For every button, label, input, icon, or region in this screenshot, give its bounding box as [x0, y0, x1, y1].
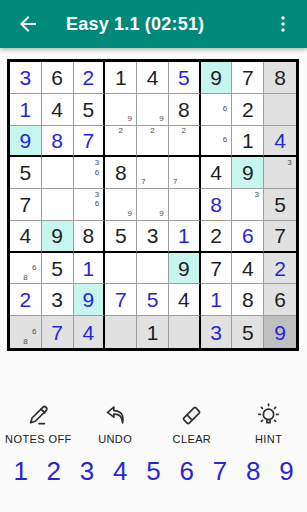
numpad-2[interactable]: 2 [45, 456, 63, 487]
user-digit: 1 [178, 225, 190, 246]
pencil-notes: 7 [137, 157, 168, 188]
numpad-5[interactable]: 5 [144, 456, 162, 487]
cell-r7c4[interactable] [105, 253, 137, 285]
cell-r2c5[interactable]: 9 [137, 94, 169, 126]
cell-r9c4[interactable] [105, 316, 137, 348]
cell-r3c6[interactable]: 2 [169, 126, 201, 158]
back-button[interactable] [16, 12, 40, 36]
cell-r3c7[interactable]: 6 [201, 126, 233, 158]
pencil-notes: 36 [74, 189, 104, 220]
cell-r6c6[interactable]: 1 [169, 221, 201, 253]
clear-label: CLEAR [173, 433, 212, 445]
undo-icon [102, 402, 129, 429]
arrow-left-icon [16, 12, 40, 36]
pencil-notes: 9 [105, 94, 136, 125]
given-digit: 4 [51, 99, 63, 120]
cell-r5c7[interactable]: 8 [201, 189, 233, 221]
pencil-notes: 9 [105, 189, 136, 220]
cell-r7c3[interactable]: 1 [74, 253, 106, 285]
user-digit: 5 [147, 289, 159, 310]
cell-r7c8[interactable]: 4 [232, 253, 264, 285]
given-digit: 7 [210, 258, 222, 279]
given-digit: 5 [242, 322, 254, 343]
cell-r1c6[interactable]: 5 [169, 62, 201, 94]
cell-r5c8[interactable]: 3 [232, 189, 264, 221]
cell-r6c5[interactable]: 3 [137, 221, 169, 253]
lightbulb-icon [255, 402, 282, 429]
pencil-icon [25, 402, 52, 429]
cell-r8c2[interactable]: 3 [42, 284, 74, 316]
cell-r9c3[interactable]: 4 [74, 316, 106, 348]
cell-r8c8[interactable]: 8 [232, 284, 264, 316]
pencil-notes: 7 [169, 157, 199, 188]
pencil-notes: 36 [74, 157, 104, 188]
cell-r5c1[interactable]: 7 [10, 189, 42, 221]
pencil-notes: 3 [264, 157, 296, 188]
cell-r4c8[interactable]: 9 [232, 157, 264, 189]
cell-r1c2[interactable]: 6 [42, 62, 74, 94]
given-digit: 8 [178, 99, 190, 120]
user-digit: 2 [20, 289, 32, 310]
cell-r4c1[interactable]: 5 [10, 157, 42, 189]
cell-r9c2[interactable]: 7 [42, 316, 74, 348]
cell-r3c9[interactable]: 4 [264, 126, 296, 158]
cell-r8c4[interactable]: 7 [105, 284, 137, 316]
given-digit: 9 [178, 258, 190, 279]
given-digit: 9 [51, 225, 63, 246]
user-digit: 3 [210, 322, 222, 343]
cell-r4c9[interactable]: 3 [264, 157, 296, 189]
cell-r1c8[interactable]: 7 [232, 62, 264, 94]
user-digit: 9 [83, 289, 95, 310]
sudoku-board: 3621459781459986298722261453687749373699… [7, 59, 299, 351]
given-digit: 1 [115, 67, 127, 88]
given-digit: 5 [83, 99, 95, 120]
cell-r1c7[interactable]: 9 [201, 62, 233, 94]
cell-r5c3[interactable]: 36 [74, 189, 106, 221]
cell-r3c2[interactable]: 8 [42, 126, 74, 158]
cell-r2c7[interactable]: 6 [201, 94, 233, 126]
cell-r7c6[interactable]: 9 [169, 253, 201, 285]
eraser-icon [178, 402, 205, 429]
user-digit: 2 [274, 258, 286, 279]
given-digit: 8 [274, 67, 286, 88]
given-digit: 4 [147, 67, 159, 88]
given-digit: 6 [51, 67, 63, 88]
given-digit: 4 [178, 289, 190, 310]
user-digit: 6 [242, 225, 254, 246]
cell-r3c4[interactable]: 2 [105, 126, 137, 158]
cell-r5c9[interactable]: 5 [264, 189, 296, 221]
given-digit: 2 [210, 225, 222, 246]
cell-r8c7[interactable]: 1 [201, 284, 233, 316]
cell-r1c3[interactable]: 2 [74, 62, 106, 94]
cell-r7c2[interactable]: 5 [42, 253, 74, 285]
given-digit: 9 [210, 67, 222, 88]
sudoku-app: Easy 1.1 (02:51) 36214597814599862987222… [0, 0, 307, 512]
cell-r2c3[interactable]: 5 [74, 94, 106, 126]
numpad-7[interactable]: 7 [211, 456, 229, 487]
app-bar: Easy 1.1 (02:51) [0, 0, 307, 48]
given-digit: 5 [274, 194, 286, 215]
cell-r6c3[interactable]: 8 [74, 221, 106, 253]
cell-r6c2[interactable]: 9 [42, 221, 74, 253]
user-digit: 9 [274, 322, 286, 343]
pencil-notes: 6 [201, 126, 232, 156]
given-digit: 1 [147, 322, 159, 343]
cell-r6c4[interactable]: 5 [105, 221, 137, 253]
pencil-notes: 9 [137, 189, 168, 220]
pencil-notes: 2 [105, 126, 136, 156]
cell-r2c8[interactable]: 2 [232, 94, 264, 126]
cell-r8c5[interactable]: 5 [137, 284, 169, 316]
cell-r4c6[interactable]: 7 [169, 157, 201, 189]
cell-r9c5[interactable]: 1 [137, 316, 169, 348]
cell-r4c4[interactable]: 8 [105, 157, 137, 189]
cell-r8c1[interactable]: 2 [10, 284, 42, 316]
cell-r8c6[interactable]: 4 [169, 284, 201, 316]
given-digit: 4 [20, 225, 32, 246]
cell-r4c7[interactable]: 4 [201, 157, 233, 189]
cell-r9c9[interactable]: 9 [264, 316, 296, 348]
given-digit: 5 [20, 162, 32, 183]
given-digit: 8 [115, 162, 127, 183]
cell-r9c1[interactable]: 68 [10, 316, 42, 348]
cell-r3c5[interactable]: 2 [137, 126, 169, 158]
given-digit: 3 [147, 225, 159, 246]
given-digit: 7 [20, 194, 32, 215]
cell-r9c7[interactable]: 3 [201, 316, 233, 348]
given-digit: 8 [83, 225, 95, 246]
hint-button[interactable]: HINT [230, 396, 307, 445]
user-digit: 7 [115, 289, 127, 310]
pencil-notes: 3 [232, 189, 263, 220]
cell-r1c4[interactable]: 1 [105, 62, 137, 94]
cell-r4c5[interactable]: 7 [137, 157, 169, 189]
undo-label: UNDO [98, 433, 132, 445]
clear-button[interactable]: CLEAR [154, 396, 231, 445]
user-digit: 2 [83, 67, 95, 88]
hint-label: HINT [255, 433, 282, 445]
user-digit: 7 [51, 322, 63, 343]
cell-r9c6[interactable] [169, 316, 201, 348]
toolbar: NOTES OFF UNDO CLEAR [0, 396, 307, 445]
notes-toggle-button[interactable]: NOTES OFF [0, 396, 77, 445]
user-digit: 3 [20, 67, 32, 88]
cell-r5c5[interactable]: 9 [137, 189, 169, 221]
cell-r7c1[interactable]: 68 [10, 253, 42, 285]
given-digit: 7 [274, 225, 286, 246]
user-digit: 7 [83, 130, 95, 151]
user-digit: 9 [20, 130, 32, 151]
user-digit: 1 [83, 258, 95, 279]
given-digit: 1 [242, 130, 254, 151]
given-digit: 3 [51, 289, 63, 310]
user-digit: 8 [51, 130, 63, 151]
user-digit: 5 [178, 67, 190, 88]
given-digit: 4 [210, 162, 222, 183]
given-digit: 7 [242, 67, 254, 88]
page-title: Easy 1.1 (02:51) [66, 14, 204, 35]
cell-r3c1[interactable]: 9 [10, 126, 42, 158]
vertical-dots-icon [272, 13, 294, 35]
numpad-4[interactable]: 4 [111, 456, 129, 487]
given-digit: 8 [242, 289, 254, 310]
user-digit: 4 [274, 130, 286, 151]
pencil-notes: 6 [201, 94, 232, 125]
given-digit: 2 [242, 99, 254, 120]
undo-button[interactable]: UNDO [77, 396, 154, 445]
notes-toggle-label: NOTES OFF [5, 433, 72, 445]
cell-r3c3[interactable]: 7 [74, 126, 106, 158]
numpad-9[interactable]: 9 [277, 456, 295, 487]
cell-r5c2[interactable] [42, 189, 74, 221]
pencil-notes: 2 [137, 126, 168, 156]
cell-r6c7[interactable]: 2 [201, 221, 233, 253]
cell-r2c9[interactable] [264, 94, 296, 126]
cell-r6c1[interactable]: 4 [10, 221, 42, 253]
user-digit: 8 [210, 194, 222, 215]
cell-r2c2[interactable]: 4 [42, 94, 74, 126]
pencil-notes: 9 [137, 94, 168, 125]
cell-r3c8[interactable]: 1 [232, 126, 264, 158]
cell-r5c4[interactable]: 9 [105, 189, 137, 221]
cell-r1c5[interactable]: 4 [137, 62, 169, 94]
cell-r4c2[interactable] [42, 157, 74, 189]
cell-r4c3[interactable]: 36 [74, 157, 106, 189]
cell-r5c6[interactable] [169, 189, 201, 221]
cell-r7c7[interactable]: 7 [201, 253, 233, 285]
cell-r1c9[interactable]: 8 [264, 62, 296, 94]
cell-r2c1[interactable]: 1 [10, 94, 42, 126]
numpad-6[interactable]: 6 [177, 456, 195, 487]
numpad-3[interactable]: 3 [78, 456, 96, 487]
cell-r2c4[interactable]: 9 [105, 94, 137, 126]
user-digit: 1 [20, 99, 32, 120]
cell-r1c1[interactable]: 3 [10, 62, 42, 94]
pencil-notes: 68 [10, 316, 41, 348]
pencil-notes: 68 [10, 253, 41, 284]
given-digit: 4 [242, 258, 254, 279]
user-digit: 1 [210, 289, 222, 310]
given-digit: 9 [242, 162, 254, 183]
cell-r7c5[interactable] [137, 253, 169, 285]
cell-r2c6[interactable]: 8 [169, 94, 201, 126]
cell-r8c3[interactable]: 9 [74, 284, 106, 316]
overflow-menu-button[interactable] [265, 6, 301, 42]
number-pad: 123456789 [4, 456, 303, 487]
cell-r8c9[interactable]: 6 [264, 284, 296, 316]
given-digit: 6 [274, 289, 286, 310]
given-digit: 5 [51, 258, 63, 279]
numpad-1[interactable]: 1 [11, 456, 29, 487]
cell-r7c9[interactable]: 2 [264, 253, 296, 285]
pencil-notes: 2 [169, 126, 199, 156]
cell-r9c8[interactable]: 5 [232, 316, 264, 348]
cell-r6c9[interactable]: 7 [264, 221, 296, 253]
user-digit: 4 [83, 322, 95, 343]
given-digit: 5 [115, 225, 127, 246]
numpad-8[interactable]: 8 [244, 456, 262, 487]
cell-r6c8[interactable]: 6 [232, 221, 264, 253]
